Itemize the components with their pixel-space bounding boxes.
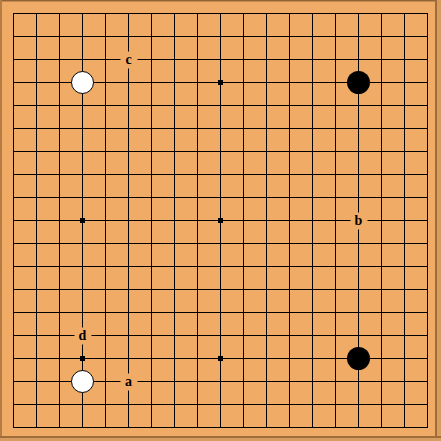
board-intersection[interactable] xyxy=(255,393,278,416)
board-intersection[interactable] xyxy=(370,324,393,347)
board-intersection[interactable] xyxy=(25,140,48,163)
board-intersection[interactable] xyxy=(140,255,163,278)
board-intersection[interactable] xyxy=(301,347,324,370)
board-intersection[interactable] xyxy=(2,163,25,186)
board-intersection[interactable] xyxy=(71,25,94,48)
board-intersection[interactable] xyxy=(71,301,94,324)
board-intersection[interactable] xyxy=(186,117,209,140)
board-intersection[interactable]: d xyxy=(71,324,94,347)
board-intersection[interactable] xyxy=(324,278,347,301)
board-intersection[interactable] xyxy=(2,140,25,163)
board-intersection[interactable] xyxy=(232,278,255,301)
board-intersection[interactable] xyxy=(94,347,117,370)
board-intersection[interactable] xyxy=(163,48,186,71)
board-intersection[interactable] xyxy=(324,94,347,117)
board-intersection[interactable] xyxy=(232,94,255,117)
board-intersection[interactable] xyxy=(370,278,393,301)
board-intersection[interactable] xyxy=(232,163,255,186)
board-intersection[interactable] xyxy=(255,370,278,393)
board-intersection[interactable] xyxy=(324,255,347,278)
board-intersection[interactable] xyxy=(255,94,278,117)
board-intersection[interactable] xyxy=(186,186,209,209)
board-intersection[interactable] xyxy=(48,140,71,163)
board-intersection[interactable] xyxy=(25,163,48,186)
board-intersection[interactable] xyxy=(2,301,25,324)
board-intersection[interactable] xyxy=(2,71,25,94)
board-intersection[interactable] xyxy=(186,324,209,347)
board-intersection[interactable] xyxy=(94,117,117,140)
board-intersection[interactable] xyxy=(324,347,347,370)
board-intersection[interactable] xyxy=(25,117,48,140)
board-intersection[interactable] xyxy=(25,301,48,324)
board-intersection[interactable] xyxy=(186,163,209,186)
board-intersection[interactable] xyxy=(324,324,347,347)
board-intersection[interactable] xyxy=(48,301,71,324)
board-intersection[interactable] xyxy=(48,163,71,186)
board-intersection[interactable] xyxy=(2,232,25,255)
board-intersection[interactable] xyxy=(117,186,140,209)
board-intersection[interactable] xyxy=(278,347,301,370)
board-intersection[interactable] xyxy=(301,2,324,25)
board-intersection[interactable] xyxy=(2,370,25,393)
board-intersection[interactable] xyxy=(71,347,94,370)
board-intersection[interactable] xyxy=(117,232,140,255)
board-intersection[interactable] xyxy=(94,48,117,71)
board-intersection[interactable] xyxy=(94,140,117,163)
board-intersection[interactable] xyxy=(255,71,278,94)
board-intersection[interactable] xyxy=(71,370,94,393)
board-intersection[interactable] xyxy=(209,347,232,370)
board-intersection[interactable] xyxy=(71,232,94,255)
board-intersection[interactable] xyxy=(140,140,163,163)
board-intersection[interactable] xyxy=(25,94,48,117)
board-intersection[interactable] xyxy=(255,48,278,71)
board-intersection[interactable] xyxy=(370,186,393,209)
board-intersection[interactable] xyxy=(301,370,324,393)
board-intersection[interactable] xyxy=(324,370,347,393)
board-intersection[interactable] xyxy=(278,393,301,416)
board-intersection[interactable] xyxy=(393,347,416,370)
board-intersection[interactable] xyxy=(186,209,209,232)
board-intersection[interactable] xyxy=(163,393,186,416)
board-intersection[interactable] xyxy=(370,163,393,186)
board-intersection[interactable] xyxy=(94,324,117,347)
board-intersection[interactable] xyxy=(94,393,117,416)
board-intersection[interactable] xyxy=(2,278,25,301)
board-intersection[interactable] xyxy=(2,94,25,117)
board-intersection[interactable] xyxy=(71,140,94,163)
board-intersection[interactable] xyxy=(324,117,347,140)
board-intersection[interactable] xyxy=(71,255,94,278)
board-intersection[interactable] xyxy=(140,301,163,324)
board-intersection[interactable] xyxy=(94,209,117,232)
board-intersection[interactable] xyxy=(301,232,324,255)
board-intersection[interactable] xyxy=(278,117,301,140)
board-intersection[interactable] xyxy=(393,370,416,393)
board-intersection[interactable] xyxy=(117,255,140,278)
board-intersection[interactable] xyxy=(140,94,163,117)
board-intersection[interactable] xyxy=(186,48,209,71)
board-intersection[interactable] xyxy=(209,48,232,71)
board-intersection[interactable] xyxy=(48,232,71,255)
board-intersection[interactable] xyxy=(347,2,370,25)
board-intersection[interactable] xyxy=(232,2,255,25)
board-intersection[interactable] xyxy=(347,186,370,209)
board-intersection[interactable] xyxy=(48,48,71,71)
board-intersection[interactable] xyxy=(301,209,324,232)
board-intersection[interactable] xyxy=(186,370,209,393)
board-intersection[interactable] xyxy=(393,186,416,209)
board-intersection[interactable] xyxy=(301,48,324,71)
board-intersection[interactable] xyxy=(347,94,370,117)
board-intersection[interactable] xyxy=(255,301,278,324)
board-intersection[interactable] xyxy=(255,25,278,48)
board-intersection[interactable] xyxy=(117,71,140,94)
board-intersection[interactable] xyxy=(370,140,393,163)
board-intersection[interactable] xyxy=(163,117,186,140)
board-intersection[interactable] xyxy=(278,301,301,324)
board-intersection[interactable] xyxy=(163,278,186,301)
board-intersection[interactable] xyxy=(186,94,209,117)
board-intersection[interactable] xyxy=(232,25,255,48)
board-intersection[interactable] xyxy=(232,48,255,71)
board-intersection[interactable] xyxy=(2,255,25,278)
board-intersection[interactable] xyxy=(2,186,25,209)
board-intersection[interactable] xyxy=(25,25,48,48)
board-intersection[interactable] xyxy=(232,393,255,416)
board-intersection[interactable] xyxy=(370,255,393,278)
board-intersection[interactable] xyxy=(140,209,163,232)
board-intersection[interactable] xyxy=(25,347,48,370)
board-intersection[interactable] xyxy=(117,25,140,48)
board-intersection[interactable] xyxy=(2,324,25,347)
board-intersection[interactable] xyxy=(140,324,163,347)
board-intersection[interactable] xyxy=(393,117,416,140)
board-intersection[interactable] xyxy=(347,393,370,416)
board-intersection[interactable] xyxy=(393,140,416,163)
board-intersection[interactable] xyxy=(186,278,209,301)
board-intersection[interactable] xyxy=(209,2,232,25)
board-intersection[interactable] xyxy=(163,324,186,347)
board-intersection[interactable] xyxy=(48,393,71,416)
board-intersection[interactable] xyxy=(301,393,324,416)
board-intersection[interactable] xyxy=(71,186,94,209)
board-intersection[interactable] xyxy=(140,117,163,140)
board-intersection[interactable] xyxy=(370,117,393,140)
board-intersection[interactable] xyxy=(163,25,186,48)
board-intersection[interactable] xyxy=(347,117,370,140)
board-intersection[interactable] xyxy=(94,232,117,255)
board-intersection[interactable] xyxy=(186,255,209,278)
board-intersection[interactable] xyxy=(393,255,416,278)
board-intersection[interactable] xyxy=(94,2,117,25)
board-intersection[interactable] xyxy=(48,94,71,117)
board-intersection[interactable] xyxy=(2,117,25,140)
board-intersection[interactable] xyxy=(186,140,209,163)
board-intersection[interactable] xyxy=(25,278,48,301)
board-intersection[interactable] xyxy=(278,278,301,301)
board-intersection[interactable] xyxy=(25,232,48,255)
board-intersection[interactable] xyxy=(370,209,393,232)
board-intersection[interactable] xyxy=(94,186,117,209)
board-intersection[interactable] xyxy=(140,25,163,48)
board-intersection[interactable] xyxy=(140,347,163,370)
board-intersection[interactable] xyxy=(347,232,370,255)
board-intersection[interactable] xyxy=(186,2,209,25)
board-intersection[interactable] xyxy=(186,347,209,370)
board-intersection[interactable] xyxy=(301,163,324,186)
board-intersection[interactable] xyxy=(94,255,117,278)
board-intersection[interactable] xyxy=(255,186,278,209)
board-intersection[interactable] xyxy=(393,2,416,25)
board-intersection[interactable] xyxy=(186,232,209,255)
board-intersection[interactable] xyxy=(393,278,416,301)
board-intersection[interactable] xyxy=(48,370,71,393)
board-intersection[interactable] xyxy=(232,324,255,347)
board-intersection[interactable] xyxy=(140,278,163,301)
board-intersection[interactable] xyxy=(209,370,232,393)
board-intersection[interactable] xyxy=(278,71,301,94)
board-intersection[interactable] xyxy=(370,48,393,71)
board-intersection[interactable] xyxy=(25,2,48,25)
board-intersection[interactable] xyxy=(48,71,71,94)
board-intersection[interactable] xyxy=(255,232,278,255)
board-intersection[interactable] xyxy=(117,140,140,163)
board-intersection[interactable] xyxy=(324,301,347,324)
board-intersection[interactable] xyxy=(347,324,370,347)
board-intersection[interactable] xyxy=(324,163,347,186)
board-intersection[interactable] xyxy=(71,278,94,301)
board-intersection[interactable] xyxy=(71,71,94,94)
board-intersection[interactable] xyxy=(393,25,416,48)
board-intersection[interactable] xyxy=(117,393,140,416)
board-intersection[interactable] xyxy=(278,255,301,278)
board-intersection[interactable] xyxy=(209,301,232,324)
board-intersection[interactable] xyxy=(25,48,48,71)
board-intersection[interactable] xyxy=(117,117,140,140)
board-intersection[interactable] xyxy=(209,186,232,209)
board-intersection[interactable] xyxy=(347,25,370,48)
board-intersection[interactable] xyxy=(347,71,370,94)
board-intersection[interactable] xyxy=(163,347,186,370)
board-intersection[interactable] xyxy=(278,163,301,186)
board-intersection[interactable] xyxy=(140,2,163,25)
board-intersection[interactable] xyxy=(347,255,370,278)
board-intersection[interactable] xyxy=(370,2,393,25)
board-intersection[interactable] xyxy=(209,163,232,186)
board-intersection[interactable] xyxy=(278,209,301,232)
board-intersection[interactable] xyxy=(71,94,94,117)
board-intersection[interactable] xyxy=(232,71,255,94)
board-intersection[interactable] xyxy=(232,370,255,393)
board-intersection[interactable] xyxy=(255,117,278,140)
board-intersection[interactable] xyxy=(278,186,301,209)
board-intersection[interactable] xyxy=(347,140,370,163)
board-intersection[interactable] xyxy=(278,324,301,347)
board-intersection[interactable] xyxy=(71,48,94,71)
board-intersection[interactable] xyxy=(117,347,140,370)
board-intersection[interactable] xyxy=(140,48,163,71)
board-intersection[interactable] xyxy=(186,71,209,94)
board-intersection[interactable] xyxy=(2,347,25,370)
board-intersection[interactable] xyxy=(255,255,278,278)
board-intersection[interactable] xyxy=(324,2,347,25)
board-intersection[interactable] xyxy=(163,94,186,117)
board-intersection[interactable] xyxy=(209,25,232,48)
board-intersection[interactable] xyxy=(209,140,232,163)
board-intersection[interactable] xyxy=(48,186,71,209)
board-intersection[interactable] xyxy=(301,71,324,94)
board-intersection[interactable] xyxy=(163,163,186,186)
board-intersection[interactable] xyxy=(140,393,163,416)
board-intersection[interactable] xyxy=(140,71,163,94)
board-intersection[interactable] xyxy=(393,163,416,186)
board-intersection[interactable] xyxy=(163,71,186,94)
board-intersection[interactable] xyxy=(2,25,25,48)
board-intersection[interactable] xyxy=(278,94,301,117)
board-intersection[interactable] xyxy=(48,117,71,140)
board-intersection[interactable] xyxy=(232,117,255,140)
board-intersection[interactable] xyxy=(255,347,278,370)
board-intersection[interactable] xyxy=(278,140,301,163)
board-intersection[interactable] xyxy=(370,94,393,117)
board-intersection[interactable] xyxy=(393,209,416,232)
board-intersection[interactable] xyxy=(278,370,301,393)
board-intersection[interactable] xyxy=(232,140,255,163)
board-intersection[interactable] xyxy=(117,278,140,301)
board-intersection[interactable] xyxy=(117,2,140,25)
board-intersection[interactable] xyxy=(71,163,94,186)
board-intersection[interactable] xyxy=(278,2,301,25)
board-intersection[interactable] xyxy=(71,393,94,416)
board-intersection[interactable] xyxy=(301,25,324,48)
board-intersection[interactable] xyxy=(324,140,347,163)
board-intersection[interactable] xyxy=(370,301,393,324)
board-intersection[interactable] xyxy=(393,71,416,94)
board-intersection[interactable] xyxy=(163,2,186,25)
board-intersection[interactable] xyxy=(278,232,301,255)
board-intersection[interactable] xyxy=(393,301,416,324)
board-intersection[interactable] xyxy=(48,2,71,25)
board-intersection[interactable] xyxy=(117,209,140,232)
board-intersection[interactable] xyxy=(232,209,255,232)
board-intersection[interactable] xyxy=(324,186,347,209)
board-intersection[interactable] xyxy=(117,324,140,347)
board-intersection[interactable] xyxy=(94,25,117,48)
board-intersection[interactable] xyxy=(48,25,71,48)
board-intersection[interactable] xyxy=(255,278,278,301)
board-intersection[interactable] xyxy=(209,393,232,416)
board-intersection[interactable] xyxy=(94,301,117,324)
board-intersection[interactable] xyxy=(393,48,416,71)
board-intersection[interactable]: a xyxy=(117,370,140,393)
board-intersection[interactable] xyxy=(232,186,255,209)
board-intersection[interactable] xyxy=(370,393,393,416)
board-intersection[interactable] xyxy=(140,186,163,209)
board-intersection[interactable] xyxy=(186,393,209,416)
board-intersection[interactable] xyxy=(48,347,71,370)
board-intersection[interactable] xyxy=(25,186,48,209)
board-intersection[interactable] xyxy=(232,347,255,370)
board-intersection[interactable] xyxy=(163,255,186,278)
board-intersection[interactable] xyxy=(94,94,117,117)
board-intersection[interactable] xyxy=(255,140,278,163)
board-intersection[interactable] xyxy=(209,255,232,278)
board-intersection[interactable] xyxy=(48,324,71,347)
board-intersection[interactable] xyxy=(301,255,324,278)
board-intersection[interactable] xyxy=(48,255,71,278)
board-intersection[interactable] xyxy=(25,71,48,94)
board-intersection[interactable] xyxy=(370,71,393,94)
board-intersection[interactable] xyxy=(347,163,370,186)
board-intersection[interactable] xyxy=(324,48,347,71)
board-intersection[interactable] xyxy=(301,140,324,163)
board-intersection[interactable] xyxy=(163,301,186,324)
board-intersection[interactable] xyxy=(94,163,117,186)
board-intersection[interactable] xyxy=(140,163,163,186)
board-intersection[interactable] xyxy=(25,370,48,393)
board-intersection[interactable] xyxy=(301,278,324,301)
board-intersection[interactable] xyxy=(209,71,232,94)
board-intersection[interactable] xyxy=(232,232,255,255)
board-intersection[interactable] xyxy=(393,324,416,347)
board-intersection[interactable] xyxy=(25,324,48,347)
board-intersection[interactable] xyxy=(278,25,301,48)
board-intersection[interactable] xyxy=(48,278,71,301)
board-intersection[interactable] xyxy=(117,163,140,186)
board-intersection[interactable] xyxy=(94,71,117,94)
board-intersection[interactable] xyxy=(163,370,186,393)
board-intersection[interactable] xyxy=(2,209,25,232)
board-intersection[interactable] xyxy=(2,2,25,25)
board-intersection[interactable] xyxy=(2,393,25,416)
board-intersection[interactable] xyxy=(347,347,370,370)
board-intersection[interactable] xyxy=(232,255,255,278)
board-intersection[interactable] xyxy=(324,209,347,232)
board-intersection[interactable] xyxy=(163,186,186,209)
board-intersection[interactable] xyxy=(301,117,324,140)
board-intersection[interactable] xyxy=(209,232,232,255)
board-intersection[interactable] xyxy=(255,324,278,347)
board-intersection[interactable] xyxy=(209,324,232,347)
board-intersection[interactable] xyxy=(140,370,163,393)
board-intersection[interactable] xyxy=(301,301,324,324)
board-intersection[interactable] xyxy=(324,25,347,48)
board-intersection[interactable] xyxy=(209,117,232,140)
board-intersection[interactable] xyxy=(163,232,186,255)
board-intersection[interactable] xyxy=(186,301,209,324)
board-intersection[interactable] xyxy=(393,94,416,117)
board-intersection[interactable] xyxy=(301,94,324,117)
board-intersection[interactable] xyxy=(255,163,278,186)
board-intersection[interactable] xyxy=(370,25,393,48)
board-intersection[interactable] xyxy=(255,209,278,232)
board-intersection[interactable] xyxy=(186,25,209,48)
board-intersection[interactable] xyxy=(370,232,393,255)
board-intersection[interactable] xyxy=(370,347,393,370)
board-intersection[interactable] xyxy=(163,209,186,232)
board-intersection[interactable] xyxy=(117,301,140,324)
board-intersection[interactable] xyxy=(163,140,186,163)
board-intersection[interactable] xyxy=(347,278,370,301)
board-intersection[interactable] xyxy=(48,209,71,232)
board-intersection[interactable] xyxy=(117,94,140,117)
board-intersection[interactable] xyxy=(347,48,370,71)
board-intersection[interactable] xyxy=(278,48,301,71)
board-intersection[interactable] xyxy=(393,232,416,255)
board-intersection[interactable]: b xyxy=(347,209,370,232)
board-intersection[interactable] xyxy=(94,370,117,393)
